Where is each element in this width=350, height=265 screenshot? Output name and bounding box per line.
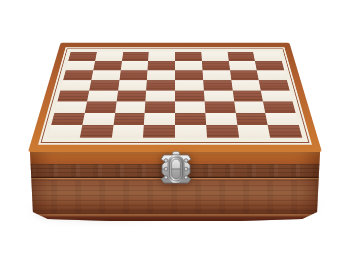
board-square — [268, 125, 302, 138]
board-square — [147, 70, 175, 80]
board-square — [66, 61, 95, 70]
board-square — [51, 113, 84, 125]
board-square — [146, 80, 175, 90]
board-square — [63, 70, 93, 80]
board-square — [204, 101, 235, 112]
board-square — [204, 91, 234, 102]
board-square — [175, 113, 206, 125]
board-square — [261, 91, 293, 102]
board-square — [227, 52, 255, 61]
board-square — [89, 80, 119, 90]
board-square — [265, 113, 298, 125]
board-square — [118, 80, 147, 90]
board-square — [87, 91, 118, 102]
board-square — [202, 61, 230, 70]
board-square — [175, 101, 205, 112]
chess-board — [48, 52, 302, 138]
board-square — [235, 113, 268, 125]
board-square — [237, 125, 270, 138]
board-square — [111, 125, 144, 138]
board-square — [175, 70, 203, 80]
board-square — [80, 125, 113, 138]
board-square — [206, 125, 239, 138]
board-square — [202, 70, 231, 80]
board-square — [91, 70, 120, 80]
board-square — [54, 101, 86, 112]
board-square — [93, 61, 122, 70]
board-square — [82, 113, 115, 125]
board-square — [175, 125, 207, 138]
board-square — [203, 80, 232, 90]
board-square — [148, 52, 175, 61]
board-square — [144, 113, 175, 125]
board-square — [148, 61, 175, 70]
board-cream-border — [38, 47, 312, 144]
board-square — [146, 91, 175, 102]
board-square — [122, 52, 149, 61]
board-square — [113, 113, 145, 125]
hasp-clasp-icon — [156, 149, 196, 189]
box-lid-top — [28, 43, 322, 152]
base-bottom-edge — [27, 214, 323, 221]
board-square — [120, 61, 148, 70]
board-square — [143, 125, 175, 138]
board-square — [68, 52, 96, 61]
board-square — [259, 80, 290, 90]
board-square — [228, 61, 257, 70]
product-photo — [0, 0, 350, 265]
board-square — [230, 70, 259, 80]
board-square — [175, 80, 204, 90]
board-pinstripe — [41, 48, 310, 142]
board-square — [95, 52, 123, 61]
board-square — [234, 101, 266, 112]
board-square — [60, 80, 91, 90]
board-square — [85, 101, 117, 112]
board-square — [175, 61, 202, 70]
board-square — [57, 91, 89, 102]
board-square — [48, 125, 82, 138]
board-square — [145, 101, 175, 112]
board-square — [232, 91, 263, 102]
board-square — [257, 70, 287, 80]
board-square — [253, 52, 281, 61]
board-square — [205, 113, 237, 125]
board-square — [175, 52, 202, 61]
board-square — [119, 70, 148, 80]
board-square — [263, 101, 295, 112]
board-square — [231, 80, 261, 90]
board-square — [175, 91, 204, 102]
board-square — [255, 61, 284, 70]
board-square — [116, 91, 146, 102]
board-square — [201, 52, 228, 61]
board-square — [115, 101, 146, 112]
